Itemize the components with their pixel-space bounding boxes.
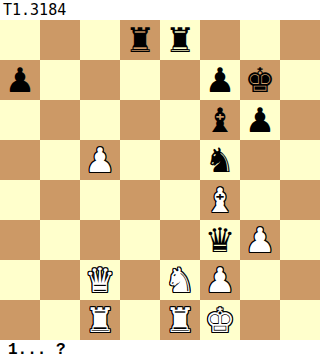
square-d5[interactable]: [120, 140, 160, 180]
square-b7[interactable]: [40, 60, 80, 100]
square-e7[interactable]: [160, 60, 200, 100]
square-f2[interactable]: ♟: [200, 260, 240, 300]
piece-black-knight[interactable]: ♞: [205, 140, 235, 180]
square-a4[interactable]: [0, 180, 40, 220]
square-a1[interactable]: [0, 300, 40, 340]
square-b8[interactable]: [40, 20, 80, 60]
square-h4[interactable]: [280, 180, 320, 220]
square-e1[interactable]: ♜: [160, 300, 200, 340]
piece-white-queen[interactable]: ♛: [85, 260, 115, 300]
square-a6[interactable]: [0, 100, 40, 140]
piece-black-rook[interactable]: ♜: [165, 20, 195, 60]
square-e4[interactable]: [160, 180, 200, 220]
square-d8[interactable]: ♜: [120, 20, 160, 60]
piece-black-pawn[interactable]: ♟: [5, 60, 35, 100]
piece-black-pawn[interactable]: ♟: [245, 100, 275, 140]
piece-white-king[interactable]: ♚: [205, 300, 235, 340]
square-a3[interactable]: [0, 220, 40, 260]
square-g3[interactable]: ♟: [240, 220, 280, 260]
square-b2[interactable]: [40, 260, 80, 300]
square-c8[interactable]: [80, 20, 120, 60]
square-h3[interactable]: [280, 220, 320, 260]
square-e5[interactable]: [160, 140, 200, 180]
square-b6[interactable]: [40, 100, 80, 140]
square-f4[interactable]: ♝: [200, 180, 240, 220]
square-g2[interactable]: [240, 260, 280, 300]
square-h1[interactable]: [280, 300, 320, 340]
square-g8[interactable]: [240, 20, 280, 60]
square-d6[interactable]: [120, 100, 160, 140]
square-b4[interactable]: [40, 180, 80, 220]
square-e6[interactable]: [160, 100, 200, 140]
square-c1[interactable]: ♜: [80, 300, 120, 340]
piece-white-pawn[interactable]: ♟: [245, 220, 275, 260]
square-f8[interactable]: [200, 20, 240, 60]
square-f1[interactable]: ♚: [200, 300, 240, 340]
square-c6[interactable]: [80, 100, 120, 140]
square-e2[interactable]: ♞: [160, 260, 200, 300]
square-h2[interactable]: [280, 260, 320, 300]
chess-board: ♜♜♟♟♚♝♟♟♞♝♛♟♛♞♟♜♜♚: [0, 20, 320, 340]
square-a8[interactable]: [0, 20, 40, 60]
square-h7[interactable]: [280, 60, 320, 100]
piece-white-pawn[interactable]: ♟: [85, 140, 115, 180]
piece-white-knight[interactable]: ♞: [165, 260, 195, 300]
square-e8[interactable]: ♜: [160, 20, 200, 60]
square-a5[interactable]: [0, 140, 40, 180]
square-f7[interactable]: ♟: [200, 60, 240, 100]
piece-white-bishop[interactable]: ♝: [205, 180, 235, 220]
square-f6[interactable]: ♝: [200, 100, 240, 140]
square-h6[interactable]: [280, 100, 320, 140]
puzzle-title: T1.3184: [0, 0, 320, 20]
square-d2[interactable]: [120, 260, 160, 300]
square-e3[interactable]: [160, 220, 200, 260]
square-d4[interactable]: [120, 180, 160, 220]
move-prompt: 1... ?: [0, 340, 320, 360]
square-g5[interactable]: [240, 140, 280, 180]
square-g6[interactable]: ♟: [240, 100, 280, 140]
square-g4[interactable]: [240, 180, 280, 220]
square-d3[interactable]: [120, 220, 160, 260]
square-c7[interactable]: [80, 60, 120, 100]
square-d7[interactable]: [120, 60, 160, 100]
square-b1[interactable]: [40, 300, 80, 340]
square-g7[interactable]: ♚: [240, 60, 280, 100]
square-f5[interactable]: ♞: [200, 140, 240, 180]
square-h8[interactable]: [280, 20, 320, 60]
square-f3[interactable]: ♛: [200, 220, 240, 260]
square-b3[interactable]: [40, 220, 80, 260]
square-c4[interactable]: [80, 180, 120, 220]
square-d1[interactable]: [120, 300, 160, 340]
square-a2[interactable]: [0, 260, 40, 300]
square-a7[interactable]: ♟: [0, 60, 40, 100]
chess-puzzle-app: T1.3184 ♜♜♟♟♚♝♟♟♞♝♛♟♛♞♟♜♜♚ 1... ?: [0, 0, 320, 360]
piece-black-rook[interactable]: ♜: [125, 20, 155, 60]
square-c3[interactable]: [80, 220, 120, 260]
piece-black-queen[interactable]: ♛: [205, 220, 235, 260]
piece-black-pawn[interactable]: ♟: [205, 60, 235, 100]
piece-white-pawn[interactable]: ♟: [205, 260, 235, 300]
square-g1[interactable]: [240, 300, 280, 340]
square-b5[interactable]: [40, 140, 80, 180]
square-c2[interactable]: ♛: [80, 260, 120, 300]
square-c5[interactable]: ♟: [80, 140, 120, 180]
piece-white-rook[interactable]: ♜: [165, 300, 195, 340]
piece-white-rook[interactable]: ♜: [85, 300, 115, 340]
piece-black-bishop[interactable]: ♝: [205, 100, 235, 140]
square-h5[interactable]: [280, 140, 320, 180]
piece-black-king[interactable]: ♚: [245, 60, 275, 100]
